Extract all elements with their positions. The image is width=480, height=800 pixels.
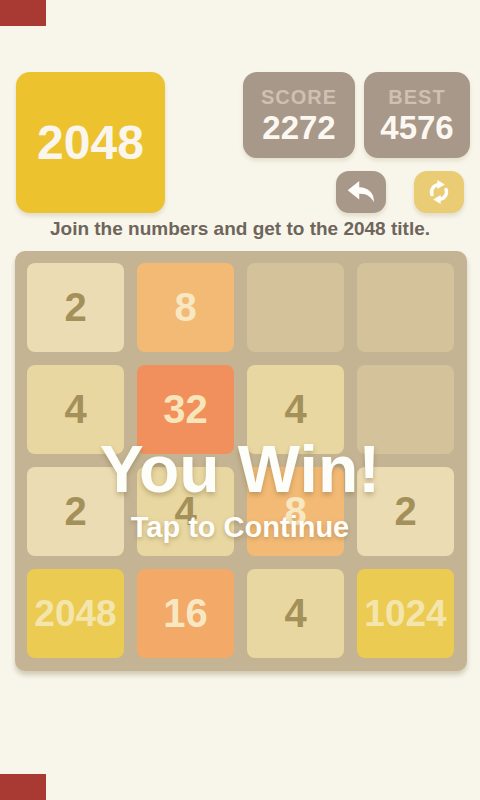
tile-8: 8: [137, 263, 234, 352]
tile-16: 16: [137, 569, 234, 658]
tile-1024: 1024: [357, 569, 454, 658]
restart-refresh-icon: [424, 177, 454, 207]
empty-cell: [247, 263, 344, 352]
red-capture-mark-top: [0, 0, 46, 26]
red-capture-mark-bottom: [0, 774, 46, 800]
app-title: 2048: [37, 115, 144, 170]
score-box: SCORE 2272: [243, 72, 355, 158]
tile-2: 2: [27, 263, 124, 352]
tile-4: 4: [27, 365, 124, 454]
app-logo-tile: 2048: [16, 72, 165, 213]
tagline: Join the numbers and get to the 2048 tit…: [0, 218, 480, 240]
restart-button[interactable]: [414, 171, 464, 213]
tile-2048: 2048: [27, 569, 124, 658]
empty-cell: [357, 263, 454, 352]
undo-back-arrow-icon: [345, 179, 377, 206]
best-value: 4576: [380, 109, 453, 146]
undo-button[interactable]: [336, 171, 386, 213]
score-label: SCORE: [261, 85, 337, 109]
tap-to-continue[interactable]: Tap to Continue: [0, 511, 480, 543]
score-value: 2272: [262, 109, 335, 146]
best-label: BEST: [388, 85, 445, 109]
empty-cell: [357, 365, 454, 454]
tile-4: 4: [247, 365, 344, 454]
best-box: BEST 4576: [364, 72, 470, 158]
tile-4: 4: [247, 569, 344, 658]
tile-32: 32: [137, 365, 234, 454]
game-board[interactable]: 284324248220481641024: [15, 251, 467, 671]
